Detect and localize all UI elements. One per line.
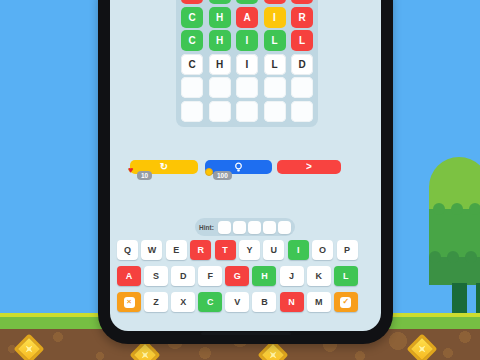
key-V[interactable]: V [225,292,249,312]
keyboard-row-3: ×ZXCVBNM✓ [117,292,358,312]
key-Q[interactable]: Q [117,240,138,260]
chevron-right-icon: > [306,162,312,173]
grid-tile [209,101,231,122]
tree-scallop [465,251,477,263]
key-H[interactable]: H [252,266,276,286]
grid-tile: H [209,7,231,28]
keyboard-row-1: QWERTYUIOP [117,240,358,260]
hint-letter-slot [248,221,261,234]
hint-letter-slot [218,221,231,234]
key-G[interactable]: G [225,266,249,286]
key-T[interactable]: T [215,240,236,260]
backspace-icon: × [124,297,135,308]
coins-count-badge: 100 [213,171,232,180]
key-W[interactable]: W [141,240,162,260]
grid-tile [181,101,203,122]
grid-tile: I [236,30,258,51]
refresh-icon: ↻ [160,162,168,172]
grid-tile [181,0,203,4]
key-I[interactable]: I [288,240,309,260]
grid-tile: L [291,30,313,51]
heart-icon: ♥ [128,166,133,175]
grid-tile [291,77,313,98]
key-U[interactable]: U [263,240,284,260]
coin-icon [205,168,213,176]
word-grid: CHAIRCHILLCHILD [176,0,318,127]
tree-scallop [469,203,480,215]
tree [429,157,480,285]
tree-scallop [433,203,445,215]
tablet-frame: CHAIRCHILLCHILD ↻ > ♥ 10 100 Hint: Q [98,0,393,344]
grid-tile [264,101,286,122]
hint-letter-slot [263,221,276,234]
game-screen: CHAIRCHILLCHILD ↻ > ♥ 10 100 Hint: Q [110,0,381,331]
scene: CHAIRCHILLCHILD ↻ > ♥ 10 100 Hint: Q [0,0,480,360]
tree-foliage-mid [429,209,480,257]
gem-sparkle-icon [415,342,429,356]
tree-scallop [447,251,459,263]
key-D[interactable]: D [171,266,195,286]
grid-tile [209,77,231,98]
key-A[interactable]: A [117,266,141,286]
grid-tile [236,77,258,98]
check-icon: ✓ [340,297,351,308]
hint-letter-slot [233,221,246,234]
key-Z[interactable]: Z [144,292,168,312]
lightbulb-icon [234,162,243,173]
grid-tile: R [291,7,313,28]
key-R[interactable]: R [190,240,211,260]
grid-tile: I [236,54,258,75]
tree-foliage-top [429,157,480,209]
key-P[interactable]: P [337,240,358,260]
key-L[interactable]: L [334,266,358,286]
grid-tile: C [181,7,203,28]
key-O[interactable]: O [312,240,333,260]
key-K[interactable]: K [307,266,331,286]
key-E[interactable]: E [166,240,187,260]
gem-sparkle-icon [138,348,152,360]
key-Y[interactable]: Y [239,240,260,260]
next-level-button[interactable]: > [277,160,341,174]
grid-tile [236,101,258,122]
key-F[interactable]: F [198,266,222,286]
hint-label: Hint: [199,224,214,231]
key-S[interactable]: S [144,266,168,286]
grid-tile: I [264,7,286,28]
key-C[interactable]: C [198,292,222,312]
hint-letter-slot [278,221,291,234]
key-B[interactable]: B [252,292,276,312]
grid-tile: L [264,54,286,75]
hearts-count-badge: 10 [137,171,152,180]
key-M[interactable]: M [307,292,331,312]
tree-trunk [452,283,467,317]
enter-key[interactable]: ✓ [334,292,358,312]
gem-sparkle-icon [266,348,280,360]
key-J[interactable]: J [280,266,304,286]
hint-slots [218,221,291,234]
grid-tile: C [181,30,203,51]
grid-tile [291,0,313,4]
grid-tile [264,0,286,4]
grid-tile [236,0,258,4]
home-indicator[interactable] [201,332,291,335]
grid-tile [181,77,203,98]
grid-tile [209,0,231,4]
tree-trunk-partial [476,283,480,317]
key-X[interactable]: X [171,292,195,312]
grid-tile [291,101,313,122]
grid-tile: A [236,7,258,28]
grid-tile: C [181,54,203,75]
grid-tile: L [264,30,286,51]
grid-tile: H [209,30,231,51]
tree-scallop [429,251,441,263]
grid-tile [264,77,286,98]
tree-scallop [451,203,463,215]
gem-sparkle-icon [22,342,36,356]
keyboard-row-2: ASDFGHJKL [117,266,358,286]
backspace-key[interactable]: × [117,292,141,312]
grid-tile: D [291,54,313,75]
key-N[interactable]: N [280,292,304,312]
grid-tile: H [209,54,231,75]
hint-bar: Hint: [195,218,295,236]
